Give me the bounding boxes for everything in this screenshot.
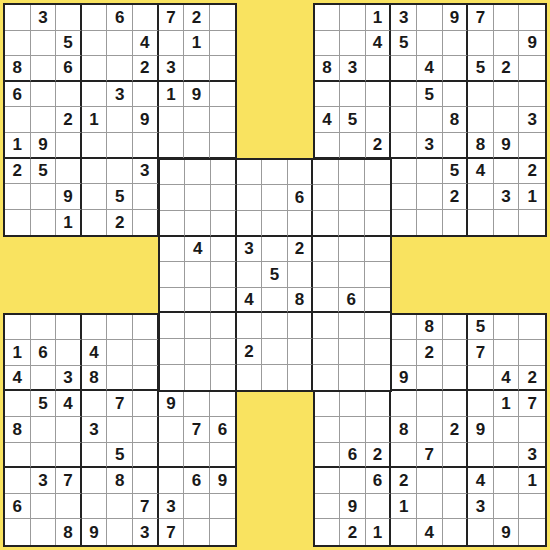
cell-top-left-r3c2[interactable] — [31, 56, 57, 82]
cell-bottom-left-r3c6[interactable] — [133, 366, 159, 392]
cell-center-r9c9[interactable] — [365, 365, 391, 391]
cell-bottom-right-r9c3[interactable]: 1 — [366, 519, 392, 545]
cell-bottom-right-r4c7[interactable] — [468, 391, 494, 417]
cell-center-r9c6[interactable] — [288, 365, 314, 391]
cell-bottom-left-r1c5[interactable] — [107, 315, 133, 341]
cell-center-r3c9[interactable] — [365, 211, 391, 237]
cell-top-left-r2c5[interactable] — [107, 31, 133, 57]
cell-bottom-right-r9c8[interactable]: 9 — [494, 519, 520, 545]
cell-top-right-r3c5[interactable]: 4 — [417, 56, 443, 82]
cell-top-left-r7c1[interactable]: 2 — [5, 159, 31, 185]
cell-bottom-left-r1c3[interactable] — [56, 315, 82, 341]
cell-bottom-right-r5c9[interactable] — [519, 417, 545, 443]
cell-top-left-r7c4[interactable] — [82, 159, 108, 185]
cell-top-right-r7c6[interactable]: 5 — [443, 159, 469, 185]
cell-top-right-r3c8[interactable]: 2 — [494, 56, 520, 82]
cell-top-left-r9c3[interactable]: 1 — [56, 210, 82, 236]
cell-bottom-right-r6c7[interactable] — [468, 443, 494, 469]
cell-bottom-right-r6c9[interactable]: 3 — [519, 443, 545, 469]
cell-top-right-r4c3[interactable] — [366, 82, 392, 108]
cell-top-right-r8c4[interactable] — [391, 184, 417, 210]
cell-top-left-r3c6[interactable]: 2 — [133, 56, 159, 82]
cell-bottom-left-r5c8[interactable]: 7 — [184, 417, 210, 443]
cell-center-r3c5[interactable] — [262, 211, 288, 237]
cell-center-r2c7[interactable] — [313, 185, 339, 211]
cell-center-r2c6[interactable]: 6 — [288, 185, 314, 211]
cell-top-left-r1c2[interactable]: 3 — [31, 5, 57, 31]
cell-top-left-r4c8[interactable]: 9 — [184, 82, 210, 108]
cell-top-left-r1c8[interactable]: 2 — [184, 5, 210, 31]
cell-top-left-r1c3[interactable] — [56, 5, 82, 31]
cell-bottom-right-r3c9[interactable]: 2 — [519, 366, 545, 392]
cell-center-r9c1[interactable] — [160, 365, 186, 391]
cell-bottom-left-r3c5[interactable] — [107, 366, 133, 392]
cell-bottom-left-r8c7[interactable]: 3 — [159, 494, 185, 520]
cell-center-r7c7[interactable] — [313, 313, 339, 339]
cell-bottom-left-r4c3[interactable]: 4 — [56, 391, 82, 417]
cell-bottom-left-r6c4[interactable] — [82, 443, 108, 469]
cell-bottom-left-r9c3[interactable]: 8 — [56, 519, 82, 545]
cell-bottom-right-r4c3[interactable] — [366, 391, 392, 417]
cell-bottom-left-r4c5[interactable]: 7 — [107, 391, 133, 417]
cell-top-right-r2c4[interactable]: 5 — [391, 31, 417, 57]
cell-top-right-r7c7[interactable]: 4 — [468, 159, 494, 185]
cell-top-left-r4c9[interactable] — [210, 82, 236, 108]
cell-bottom-left-r5c3[interactable] — [56, 417, 82, 443]
cell-center-r4c5[interactable] — [262, 237, 288, 263]
cell-bottom-left-r4c2[interactable]: 5 — [31, 391, 57, 417]
cell-top-left-r8c6[interactable] — [133, 184, 159, 210]
cell-center-r4c7[interactable] — [313, 237, 339, 263]
cell-center-r2c3[interactable] — [211, 185, 237, 211]
cell-top-right-r2c2[interactable] — [340, 31, 366, 57]
cell-top-left-r9c2[interactable] — [31, 210, 57, 236]
cell-center-r7c9[interactable] — [365, 313, 391, 339]
cell-top-right-r2c3[interactable]: 4 — [366, 31, 392, 57]
cell-bottom-right-r4c8[interactable]: 1 — [494, 391, 520, 417]
cell-top-left-r8c2[interactable] — [31, 184, 57, 210]
cell-top-right-r6c4[interactable] — [391, 133, 417, 159]
cell-bottom-right-r7c1[interactable] — [315, 468, 341, 494]
cell-center-r8c8[interactable] — [339, 339, 365, 365]
cell-center-r8c7[interactable] — [313, 339, 339, 365]
cell-top-left-r3c5[interactable] — [107, 56, 133, 82]
cell-top-right-r6c3[interactable]: 2 — [366, 133, 392, 159]
cell-center-r6c2[interactable] — [185, 288, 211, 314]
cell-bottom-right-r4c6[interactable] — [443, 391, 469, 417]
cell-top-left-r6c8[interactable] — [184, 133, 210, 159]
cell-bottom-left-r9c8[interactable] — [184, 519, 210, 545]
cell-center-r6c6[interactable]: 8 — [288, 288, 314, 314]
cell-top-right-r3c2[interactable]: 3 — [340, 56, 366, 82]
cell-top-left-r1c5[interactable]: 6 — [107, 5, 133, 31]
cell-center-r1c2[interactable] — [185, 160, 211, 186]
cell-top-left-r2c2[interactable] — [31, 31, 57, 57]
cell-top-right-r6c1[interactable] — [315, 133, 341, 159]
cell-bottom-right-r4c4[interactable] — [391, 391, 417, 417]
cell-center-r3c1[interactable] — [160, 211, 186, 237]
cell-top-right-r2c8[interactable] — [494, 31, 520, 57]
cell-top-right-r1c7[interactable]: 7 — [468, 5, 494, 31]
cell-bottom-left-r9c6[interactable]: 3 — [133, 519, 159, 545]
cell-bottom-right-r7c7[interactable]: 4 — [468, 468, 494, 494]
cell-bottom-left-r9c4[interactable]: 9 — [82, 519, 108, 545]
cell-top-right-r3c1[interactable]: 8 — [315, 56, 341, 82]
cell-bottom-left-r4c8[interactable] — [184, 391, 210, 417]
cell-center-r3c3[interactable] — [211, 211, 237, 237]
cell-bottom-right-r3c4[interactable]: 9 — [391, 366, 417, 392]
cell-top-left-r2c9[interactable] — [210, 31, 236, 57]
cell-center-r4c2[interactable]: 4 — [185, 237, 211, 263]
cell-bottom-left-r8c8[interactable] — [184, 494, 210, 520]
cell-top-right-r1c3[interactable]: 1 — [366, 5, 392, 31]
cell-top-right-r4c7[interactable] — [468, 82, 494, 108]
cell-center-r5c9[interactable] — [365, 262, 391, 288]
cell-top-left-r3c9[interactable] — [210, 56, 236, 82]
cell-top-left-r2c4[interactable] — [82, 31, 108, 57]
cell-top-right-r3c3[interactable] — [366, 56, 392, 82]
cell-center-r3c8[interactable] — [339, 211, 365, 237]
cell-center-r9c4[interactable] — [237, 365, 263, 391]
cell-center-r2c8[interactable] — [339, 185, 365, 211]
cell-center-r3c2[interactable] — [185, 211, 211, 237]
cell-bottom-right-r8c2[interactable]: 9 — [340, 494, 366, 520]
cell-center-r9c3[interactable] — [211, 365, 237, 391]
cell-center-r6c8[interactable]: 6 — [339, 288, 365, 314]
cell-top-left-r6c2[interactable]: 9 — [31, 133, 57, 159]
cell-bottom-right-r8c4[interactable]: 1 — [391, 494, 417, 520]
cell-bottom-right-r8c7[interactable]: 3 — [468, 494, 494, 520]
cell-bottom-right-r5c2[interactable] — [340, 417, 366, 443]
cell-center-r3c7[interactable] — [313, 211, 339, 237]
cell-bottom-left-r1c2[interactable] — [31, 315, 57, 341]
cell-top-left-r3c8[interactable] — [184, 56, 210, 82]
cell-center-r4c9[interactable] — [365, 237, 391, 263]
cell-center-r7c8[interactable] — [339, 313, 365, 339]
cell-top-right-r4c5[interactable]: 5 — [417, 82, 443, 108]
cell-bottom-right-r5c5[interactable] — [417, 417, 443, 443]
cell-top-left-r6c7[interactable] — [159, 133, 185, 159]
cell-top-right-r7c4[interactable] — [391, 159, 417, 185]
cell-top-right-r6c5[interactable]: 3 — [417, 133, 443, 159]
cell-bottom-right-r9c6[interactable] — [443, 519, 469, 545]
cell-top-right-r8c8[interactable]: 3 — [494, 184, 520, 210]
cell-center-r1c1[interactable] — [160, 160, 186, 186]
cell-top-right-r5c7[interactable] — [468, 107, 494, 133]
cell-top-left-r1c1[interactable] — [5, 5, 31, 31]
cell-bottom-left-r2c1[interactable]: 1 — [5, 340, 31, 366]
cell-top-right-r9c5[interactable] — [417, 210, 443, 236]
cell-top-left-r6c6[interactable] — [133, 133, 159, 159]
cell-top-right-r9c8[interactable] — [494, 210, 520, 236]
cell-top-left-r8c5[interactable]: 5 — [107, 184, 133, 210]
cell-bottom-left-r5c9[interactable]: 6 — [210, 417, 236, 443]
cell-top-right-r1c8[interactable] — [494, 5, 520, 31]
cell-bottom-right-r3c6[interactable] — [443, 366, 469, 392]
cell-top-left-r5c8[interactable] — [184, 107, 210, 133]
cell-center-r1c5[interactable] — [262, 160, 288, 186]
cell-center-r3c6[interactable] — [288, 211, 314, 237]
cell-top-right-r1c6[interactable]: 9 — [443, 5, 469, 31]
cell-bottom-left-r7c5[interactable]: 8 — [107, 468, 133, 494]
cell-top-left-r2c8[interactable]: 1 — [184, 31, 210, 57]
cell-bottom-left-r7c2[interactable]: 3 — [31, 468, 57, 494]
cell-bottom-right-r7c5[interactable] — [417, 468, 443, 494]
cell-top-right-r9c4[interactable] — [391, 210, 417, 236]
cell-bottom-left-r8c3[interactable] — [56, 494, 82, 520]
cell-bottom-left-r5c4[interactable]: 3 — [82, 417, 108, 443]
cell-center-r5c4[interactable] — [237, 262, 263, 288]
cell-bottom-left-r6c5[interactable]: 5 — [107, 443, 133, 469]
cell-top-right-r5c4[interactable] — [391, 107, 417, 133]
cell-top-right-r4c8[interactable] — [494, 82, 520, 108]
cell-top-right-r1c5[interactable] — [417, 5, 443, 31]
cell-bottom-left-r7c6[interactable] — [133, 468, 159, 494]
cell-top-right-r2c5[interactable] — [417, 31, 443, 57]
cell-top-right-r4c2[interactable] — [340, 82, 366, 108]
cell-bottom-left-r1c1[interactable] — [5, 315, 31, 341]
cell-top-right-r8c6[interactable]: 2 — [443, 184, 469, 210]
cell-top-left-r9c5[interactable]: 2 — [107, 210, 133, 236]
cell-bottom-right-r6c5[interactable]: 7 — [417, 443, 443, 469]
cell-center-r1c7[interactable] — [313, 160, 339, 186]
cell-center-r4c6[interactable]: 2 — [288, 237, 314, 263]
cell-bottom-left-r7c8[interactable]: 6 — [184, 468, 210, 494]
cell-center-r6c4[interactable]: 4 — [237, 288, 263, 314]
cell-top-left-r5c9[interactable] — [210, 107, 236, 133]
cell-top-left-r1c4[interactable] — [82, 5, 108, 31]
cell-center-r7c2[interactable] — [185, 313, 211, 339]
cell-center-r9c5[interactable] — [262, 365, 288, 391]
cell-bottom-right-r4c1[interactable] — [315, 391, 341, 417]
cell-center-r6c5[interactable] — [262, 288, 288, 314]
cell-top-left-r2c6[interactable]: 4 — [133, 31, 159, 57]
cell-top-left-r1c9[interactable] — [210, 5, 236, 31]
cell-bottom-left-r5c1[interactable]: 8 — [5, 417, 31, 443]
cell-bottom-left-r1c6[interactable] — [133, 315, 159, 341]
cell-bottom-right-r7c6[interactable] — [443, 468, 469, 494]
cell-center-r2c2[interactable] — [185, 185, 211, 211]
cell-top-left-r1c7[interactable]: 7 — [159, 5, 185, 31]
cell-bottom-right-r8c5[interactable] — [417, 494, 443, 520]
cell-top-right-r5c2[interactable]: 5 — [340, 107, 366, 133]
cell-bottom-left-r4c9[interactable] — [210, 391, 236, 417]
cell-bottom-right-r5c7[interactable]: 9 — [468, 417, 494, 443]
cell-top-left-r5c3[interactable]: 2 — [56, 107, 82, 133]
cell-bottom-right-r3c8[interactable]: 4 — [494, 366, 520, 392]
cell-bottom-right-r1c6[interactable] — [443, 315, 469, 341]
cell-top-right-r3c9[interactable] — [519, 56, 545, 82]
cell-center-r7c6[interactable] — [288, 313, 314, 339]
cell-bottom-left-r9c7[interactable]: 7 — [159, 519, 185, 545]
cell-bottom-left-r7c1[interactable] — [5, 468, 31, 494]
cell-top-right-r6c2[interactable] — [340, 133, 366, 159]
cell-top-right-r2c1[interactable] — [315, 31, 341, 57]
cell-top-left-r9c6[interactable] — [133, 210, 159, 236]
cell-center-r8c6[interactable] — [288, 339, 314, 365]
cell-top-left-r4c2[interactable] — [31, 82, 57, 108]
cell-top-right-r6c6[interactable] — [443, 133, 469, 159]
cell-top-right-r2c7[interactable] — [468, 31, 494, 57]
cell-bottom-right-r5c4[interactable]: 8 — [391, 417, 417, 443]
cell-bottom-right-r2c7[interactable]: 7 — [468, 340, 494, 366]
cell-bottom-right-r6c6[interactable] — [443, 443, 469, 469]
cell-bottom-right-r9c1[interactable] — [315, 519, 341, 545]
cell-bottom-left-r8c2[interactable] — [31, 494, 57, 520]
cell-bottom-left-r5c6[interactable] — [133, 417, 159, 443]
cell-top-right-r4c1[interactable] — [315, 82, 341, 108]
cell-top-left-r8c4[interactable] — [82, 184, 108, 210]
cell-top-left-r5c1[interactable] — [5, 107, 31, 133]
cell-top-left-r4c1[interactable]: 6 — [5, 82, 31, 108]
cell-bottom-left-r2c6[interactable] — [133, 340, 159, 366]
cell-center-r1c8[interactable] — [339, 160, 365, 186]
cell-bottom-left-r9c2[interactable] — [31, 519, 57, 545]
cell-bottom-right-r5c8[interactable] — [494, 417, 520, 443]
cell-bottom-left-r3c4[interactable]: 8 — [82, 366, 108, 392]
cell-center-r4c3[interactable] — [211, 237, 237, 263]
cell-center-r9c7[interactable] — [313, 365, 339, 391]
cell-top-left-r6c9[interactable] — [210, 133, 236, 159]
cell-bottom-right-r1c7[interactable]: 5 — [468, 315, 494, 341]
cell-top-right-r8c5[interactable] — [417, 184, 443, 210]
cell-center-r9c2[interactable] — [185, 365, 211, 391]
cell-bottom-right-r5c6[interactable]: 2 — [443, 417, 469, 443]
cell-top-left-r1c6[interactable] — [133, 5, 159, 31]
cell-center-r8c3[interactable] — [211, 339, 237, 365]
cell-top-left-r5c6[interactable]: 9 — [133, 107, 159, 133]
cell-center-r2c5[interactable] — [262, 185, 288, 211]
cell-top-right-r5c5[interactable] — [417, 107, 443, 133]
cell-top-right-r5c3[interactable] — [366, 107, 392, 133]
cell-center-r8c2[interactable] — [185, 339, 211, 365]
cell-top-right-r8c9[interactable]: 1 — [519, 184, 545, 210]
cell-bottom-left-r4c4[interactable] — [82, 391, 108, 417]
cell-bottom-right-r2c9[interactable] — [519, 340, 545, 366]
cell-bottom-right-r3c7[interactable] — [468, 366, 494, 392]
cell-bottom-right-r8c9[interactable] — [519, 494, 545, 520]
cell-top-left-r6c3[interactable] — [56, 133, 82, 159]
cell-bottom-right-r8c1[interactable] — [315, 494, 341, 520]
cell-center-r1c9[interactable] — [365, 160, 391, 186]
cell-top-left-r3c1[interactable]: 8 — [5, 56, 31, 82]
cell-bottom-left-r6c7[interactable] — [159, 443, 185, 469]
cell-bottom-right-r1c8[interactable] — [494, 315, 520, 341]
cell-bottom-right-r2c5[interactable]: 2 — [417, 340, 443, 366]
cell-top-left-r7c6[interactable]: 3 — [133, 159, 159, 185]
cell-bottom-right-r2c4[interactable] — [391, 340, 417, 366]
cell-center-r4c4[interactable]: 3 — [237, 237, 263, 263]
cell-center-r5c8[interactable] — [339, 262, 365, 288]
cell-center-r7c4[interactable] — [237, 313, 263, 339]
cell-top-left-r7c5[interactable] — [107, 159, 133, 185]
cell-bottom-right-r7c4[interactable]: 2 — [391, 468, 417, 494]
cell-top-left-r4c5[interactable]: 3 — [107, 82, 133, 108]
cell-center-r8c9[interactable] — [365, 339, 391, 365]
cell-bottom-left-r6c8[interactable] — [184, 443, 210, 469]
cell-top-left-r6c4[interactable] — [82, 133, 108, 159]
cell-center-r5c3[interactable] — [211, 262, 237, 288]
cell-center-r5c2[interactable] — [185, 262, 211, 288]
cell-bottom-right-r2c8[interactable] — [494, 340, 520, 366]
cell-bottom-left-r4c1[interactable] — [5, 391, 31, 417]
cell-bottom-right-r6c3[interactable]: 2 — [366, 443, 392, 469]
cell-bottom-right-r4c9[interactable]: 7 — [519, 391, 545, 417]
cell-top-right-r3c6[interactable] — [443, 56, 469, 82]
cell-top-right-r5c9[interactable]: 3 — [519, 107, 545, 133]
cell-bottom-left-r3c3[interactable]: 3 — [56, 366, 82, 392]
cell-bottom-right-r8c6[interactable] — [443, 494, 469, 520]
cell-bottom-left-r4c6[interactable] — [133, 391, 159, 417]
cell-bottom-left-r2c5[interactable] — [107, 340, 133, 366]
cell-bottom-left-r5c7[interactable] — [159, 417, 185, 443]
cell-bottom-left-r8c6[interactable]: 7 — [133, 494, 159, 520]
cell-top-left-r6c1[interactable]: 1 — [5, 133, 31, 159]
cell-center-r7c1[interactable] — [160, 313, 186, 339]
cell-bottom-left-r6c1[interactable] — [5, 443, 31, 469]
cell-top-right-r1c4[interactable]: 3 — [391, 5, 417, 31]
cell-top-right-r3c7[interactable]: 5 — [468, 56, 494, 82]
cell-bottom-right-r9c4[interactable] — [391, 519, 417, 545]
cell-center-r3c4[interactable] — [237, 211, 263, 237]
cell-top-right-r6c9[interactable] — [519, 133, 545, 159]
cell-top-right-r4c6[interactable] — [443, 82, 469, 108]
cell-bottom-left-r7c7[interactable] — [159, 468, 185, 494]
cell-bottom-left-r6c2[interactable] — [31, 443, 57, 469]
cell-center-r2c1[interactable] — [160, 185, 186, 211]
cell-bottom-right-r9c5[interactable]: 4 — [417, 519, 443, 545]
cell-top-left-r9c1[interactable] — [5, 210, 31, 236]
cell-top-right-r6c7[interactable]: 8 — [468, 133, 494, 159]
cell-top-left-r9c4[interactable] — [82, 210, 108, 236]
cell-top-right-r1c9[interactable] — [519, 5, 545, 31]
cell-bottom-right-r6c8[interactable] — [494, 443, 520, 469]
cell-bottom-right-r9c2[interactable]: 2 — [340, 519, 366, 545]
cell-top-left-r8c3[interactable]: 9 — [56, 184, 82, 210]
cell-top-left-r6c5[interactable] — [107, 133, 133, 159]
cell-top-right-r3c4[interactable] — [391, 56, 417, 82]
cell-center-r6c1[interactable] — [160, 288, 186, 314]
cell-bottom-right-r4c5[interactable] — [417, 391, 443, 417]
cell-bottom-left-r2c2[interactable]: 6 — [31, 340, 57, 366]
cell-center-r7c3[interactable] — [211, 313, 237, 339]
cell-top-left-r2c1[interactable] — [5, 31, 31, 57]
cell-center-r1c3[interactable] — [211, 160, 237, 186]
cell-bottom-left-r9c5[interactable] — [107, 519, 133, 545]
cell-bottom-right-r6c4[interactable] — [391, 443, 417, 469]
cell-center-r2c9[interactable] — [365, 185, 391, 211]
cell-bottom-right-r3c5[interactable] — [417, 366, 443, 392]
cell-top-left-r3c3[interactable]: 6 — [56, 56, 82, 82]
cell-center-r6c3[interactable] — [211, 288, 237, 314]
cell-bottom-right-r7c2[interactable] — [340, 468, 366, 494]
cell-bottom-left-r6c3[interactable] — [56, 443, 82, 469]
cell-center-r8c5[interactable] — [262, 339, 288, 365]
cell-bottom-right-r5c3[interactable] — [366, 417, 392, 443]
cell-bottom-right-r9c9[interactable] — [519, 519, 545, 545]
cell-bottom-right-r9c7[interactable] — [468, 519, 494, 545]
cell-center-r5c5[interactable]: 5 — [262, 262, 288, 288]
cell-top-right-r1c2[interactable] — [340, 5, 366, 31]
cell-top-left-r5c7[interactable] — [159, 107, 185, 133]
cell-top-left-r4c6[interactable] — [133, 82, 159, 108]
cell-bottom-right-r7c8[interactable] — [494, 468, 520, 494]
cell-top-right-r7c5[interactable] — [417, 159, 443, 185]
cell-bottom-right-r1c9[interactable] — [519, 315, 545, 341]
cell-bottom-right-r6c1[interactable] — [315, 443, 341, 469]
cell-center-r9c8[interactable] — [339, 365, 365, 391]
cell-bottom-right-r8c8[interactable] — [494, 494, 520, 520]
